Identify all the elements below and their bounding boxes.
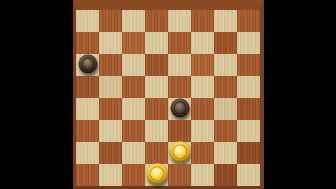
checker-piece-dark[interactable] — [78, 54, 97, 73]
board-square[interactable] — [191, 164, 214, 186]
board-square[interactable] — [122, 54, 145, 76]
board-square[interactable] — [237, 10, 260, 32]
board-square[interactable] — [99, 54, 122, 76]
board-square[interactable] — [99, 32, 122, 54]
checker-piece-gold[interactable] — [146, 163, 167, 184]
board-square[interactable] — [99, 98, 122, 120]
board-square[interactable] — [214, 98, 237, 120]
board-square[interactable] — [145, 54, 168, 76]
board-square[interactable] — [214, 54, 237, 76]
board-square[interactable] — [76, 54, 99, 76]
board-square[interactable] — [145, 32, 168, 54]
board-square[interactable] — [191, 32, 214, 54]
board-square[interactable] — [76, 164, 99, 186]
board-square[interactable] — [145, 164, 168, 186]
board-square[interactable] — [122, 120, 145, 142]
board-square[interactable] — [214, 76, 237, 98]
board-square[interactable] — [214, 164, 237, 186]
checkers-board-frame — [73, 0, 263, 189]
board-square[interactable] — [191, 120, 214, 142]
board-square[interactable] — [168, 76, 191, 98]
board-square[interactable] — [122, 76, 145, 98]
board-square[interactable] — [76, 120, 99, 142]
board-square[interactable] — [145, 120, 168, 142]
board-square[interactable] — [99, 10, 122, 32]
board-square[interactable] — [168, 164, 191, 186]
board-square[interactable] — [214, 32, 237, 54]
board-square[interactable] — [145, 98, 168, 120]
board-square[interactable] — [76, 32, 99, 54]
board-square[interactable] — [237, 164, 260, 186]
board-square[interactable] — [122, 164, 145, 186]
board-square[interactable] — [191, 76, 214, 98]
board-square[interactable] — [99, 120, 122, 142]
board-square[interactable] — [168, 32, 191, 54]
board-square[interactable] — [168, 142, 191, 164]
board-square[interactable] — [191, 142, 214, 164]
board-square[interactable] — [237, 32, 260, 54]
board-square[interactable] — [168, 54, 191, 76]
board-square[interactable] — [168, 98, 191, 120]
checker-piece-gold[interactable] — [169, 141, 190, 162]
board-square[interactable] — [122, 142, 145, 164]
letterbox-left — [0, 0, 73, 189]
board-square[interactable] — [237, 98, 260, 120]
board-square[interactable] — [99, 76, 122, 98]
letterbox-right — [263, 0, 336, 189]
board-square[interactable] — [76, 76, 99, 98]
board-square[interactable] — [237, 76, 260, 98]
board-square[interactable] — [237, 54, 260, 76]
board-square[interactable] — [99, 142, 122, 164]
board-square[interactable] — [237, 142, 260, 164]
checkers-board — [76, 10, 260, 186]
board-square[interactable] — [99, 164, 122, 186]
board-square[interactable] — [214, 10, 237, 32]
board-square[interactable] — [122, 98, 145, 120]
checker-piece-dark[interactable] — [170, 98, 189, 117]
board-square[interactable] — [191, 54, 214, 76]
board-square[interactable] — [76, 142, 99, 164]
board-square[interactable] — [214, 142, 237, 164]
board-square[interactable] — [191, 98, 214, 120]
board-square[interactable] — [145, 76, 168, 98]
board-square[interactable] — [145, 10, 168, 32]
board-square[interactable] — [237, 120, 260, 142]
board-square[interactable] — [214, 120, 237, 142]
board-square[interactable] — [76, 10, 99, 32]
board-square[interactable] — [191, 10, 214, 32]
board-square[interactable] — [168, 120, 191, 142]
board-square[interactable] — [122, 10, 145, 32]
board-square[interactable] — [145, 142, 168, 164]
board-square[interactable] — [76, 98, 99, 120]
board-square[interactable] — [122, 32, 145, 54]
board-square[interactable] — [168, 10, 191, 32]
